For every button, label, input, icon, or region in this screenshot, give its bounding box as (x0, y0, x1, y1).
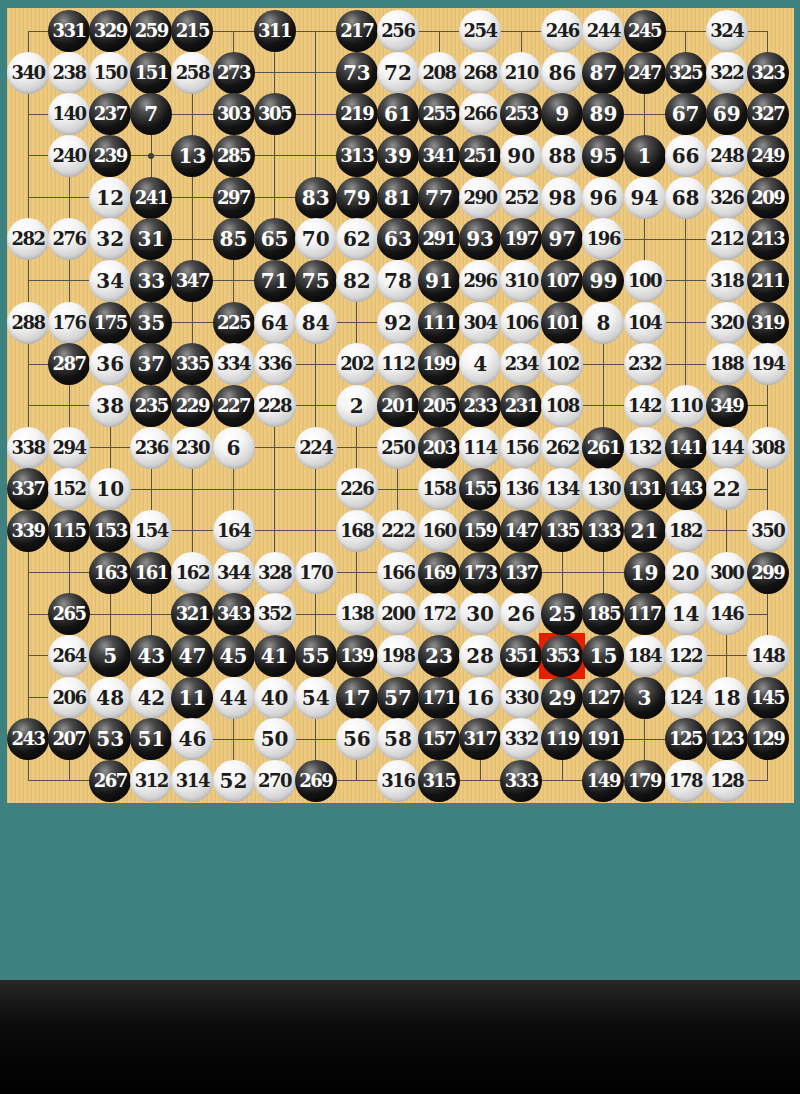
stone-90: 90 (500, 135, 542, 177)
stone-341: 341 (418, 135, 460, 177)
stone-175: 175 (89, 302, 131, 344)
stone-199: 199 (418, 343, 460, 385)
stone-176: 176 (48, 302, 90, 344)
stone-81: 81 (377, 177, 419, 219)
stone-125: 125 (665, 718, 707, 760)
stone-17: 17 (336, 677, 378, 719)
stone-62: 62 (336, 218, 378, 260)
stone-68: 68 (665, 177, 707, 219)
stone-217: 217 (336, 10, 378, 52)
stone-188: 188 (706, 343, 748, 385)
stone-143: 143 (665, 468, 707, 510)
stone-210: 210 (500, 52, 542, 94)
stone-148: 148 (747, 635, 789, 677)
stone-157: 157 (418, 718, 460, 760)
stone-322: 322 (706, 52, 748, 94)
stone-21: 21 (624, 510, 666, 552)
stone-77: 77 (418, 177, 460, 219)
stone-18: 18 (706, 677, 748, 719)
stone-249: 249 (747, 135, 789, 177)
stone-267: 267 (89, 760, 131, 802)
stone-150: 150 (89, 52, 131, 94)
stone-173: 173 (459, 552, 501, 594)
stone-65: 65 (254, 218, 296, 260)
stone-227: 227 (213, 385, 255, 427)
stone-158: 158 (418, 468, 460, 510)
stone-58: 58 (377, 718, 419, 760)
stone-34: 34 (89, 260, 131, 302)
stone-107: 107 (541, 260, 583, 302)
stone-328: 328 (254, 552, 296, 594)
stone-131: 131 (624, 468, 666, 510)
stone-225: 225 (213, 302, 255, 344)
stone-239: 239 (89, 135, 131, 177)
stone-147: 147 (500, 510, 542, 552)
stone-205: 205 (418, 385, 460, 427)
stone-163: 163 (89, 552, 131, 594)
stone-200: 200 (377, 593, 419, 635)
stone-127: 127 (582, 677, 624, 719)
stone-213: 213 (747, 218, 789, 260)
stone-285: 285 (213, 135, 255, 177)
stone-128: 128 (706, 760, 748, 802)
stone-52: 52 (213, 760, 255, 802)
stone-108: 108 (541, 385, 583, 427)
stone-334: 334 (213, 343, 255, 385)
stone-230: 230 (171, 427, 213, 469)
stone-339: 339 (7, 510, 49, 552)
stone-314: 314 (171, 760, 213, 802)
stone-304: 304 (459, 302, 501, 344)
stone-110: 110 (665, 385, 707, 427)
stone-261: 261 (582, 427, 624, 469)
stone-92: 92 (377, 302, 419, 344)
stone-219: 219 (336, 93, 378, 135)
stone-212: 212 (706, 218, 748, 260)
stone-43: 43 (130, 635, 172, 677)
stone-337: 337 (7, 468, 49, 510)
stone-133: 133 (582, 510, 624, 552)
stone-179: 179 (624, 760, 666, 802)
stone-178: 178 (665, 760, 707, 802)
stone-39: 39 (377, 135, 419, 177)
stone-164: 164 (213, 510, 255, 552)
stone-331: 331 (48, 10, 90, 52)
stone-171: 171 (418, 677, 460, 719)
stone-35: 35 (130, 302, 172, 344)
stone-194: 194 (747, 343, 789, 385)
stone-123: 123 (706, 718, 748, 760)
stone-100: 100 (624, 260, 666, 302)
stone-291: 291 (418, 218, 460, 260)
stone-308: 308 (747, 427, 789, 469)
stone-273: 273 (213, 52, 255, 94)
stone-317: 317 (459, 718, 501, 760)
stone-104: 104 (624, 302, 666, 344)
stone-330: 330 (500, 677, 542, 719)
stone-294: 294 (48, 427, 90, 469)
stone-329: 329 (89, 10, 131, 52)
stone-206: 206 (48, 677, 90, 719)
stone-3: 3 (624, 677, 666, 719)
stone-327: 327 (747, 93, 789, 135)
stone-240: 240 (48, 135, 90, 177)
stone-269: 269 (295, 760, 337, 802)
stone-252: 252 (500, 177, 542, 219)
stone-139: 139 (336, 635, 378, 677)
stone-259: 259 (130, 10, 172, 52)
stone-61: 61 (377, 93, 419, 135)
stone-203: 203 (418, 427, 460, 469)
stone-40: 40 (254, 677, 296, 719)
stone-297: 297 (213, 177, 255, 219)
stone-154: 154 (130, 510, 172, 552)
stone-247: 247 (624, 52, 666, 94)
stone-33: 33 (130, 260, 172, 302)
stone-135: 135 (541, 510, 583, 552)
stone-296: 296 (459, 260, 501, 302)
stone-41: 41 (254, 635, 296, 677)
stone-333: 333 (500, 760, 542, 802)
stone-169: 169 (418, 552, 460, 594)
stone-83: 83 (295, 177, 337, 219)
stone-316: 316 (377, 760, 419, 802)
stone-241: 241 (130, 177, 172, 219)
stone-264: 264 (48, 635, 90, 677)
stone-87: 87 (582, 52, 624, 94)
stone-319: 319 (747, 302, 789, 344)
stone-111: 111 (418, 302, 460, 344)
stone-146: 146 (706, 593, 748, 635)
stone-64: 64 (254, 302, 296, 344)
stone-29: 29 (541, 677, 583, 719)
stone-254: 254 (459, 10, 501, 52)
stone-211: 211 (747, 260, 789, 302)
stone-233: 233 (459, 385, 501, 427)
stone-245: 245 (624, 10, 666, 52)
stone-73: 73 (336, 52, 378, 94)
stone-11: 11 (171, 677, 213, 719)
stone-22: 22 (706, 468, 748, 510)
stone-224: 224 (295, 427, 337, 469)
stone-47: 47 (171, 635, 213, 677)
stone-14: 14 (665, 593, 707, 635)
stone-151: 151 (130, 52, 172, 94)
stone-235: 235 (130, 385, 172, 427)
stone-311: 311 (254, 10, 296, 52)
stone-343: 343 (213, 593, 255, 635)
stone-238: 238 (48, 52, 90, 94)
stone-250: 250 (377, 427, 419, 469)
stone-299: 299 (747, 552, 789, 594)
stone-326: 326 (706, 177, 748, 219)
stone-336: 336 (254, 343, 296, 385)
stone-70: 70 (295, 218, 337, 260)
stone-156: 156 (500, 427, 542, 469)
stone-145: 145 (747, 677, 789, 719)
stone-56: 56 (336, 718, 378, 760)
stone-313: 313 (336, 135, 378, 177)
stone-75: 75 (295, 260, 337, 302)
stone-184: 184 (624, 635, 666, 677)
stone-344: 344 (213, 552, 255, 594)
stone-303: 303 (213, 93, 255, 135)
stone-66: 66 (665, 135, 707, 177)
player-info-bar: 34 mooda(7段*) 00:00(00/0) 34 Rakuya(7段*)… (0, 980, 800, 1094)
stone-226: 226 (336, 468, 378, 510)
stone-305: 305 (254, 93, 296, 135)
stone-256: 256 (377, 10, 419, 52)
stone-71: 71 (254, 260, 296, 302)
stone-42: 42 (130, 677, 172, 719)
stone-288: 288 (7, 302, 49, 344)
stone-50: 50 (254, 718, 296, 760)
stone-202: 202 (336, 343, 378, 385)
stone-207: 207 (48, 718, 90, 760)
stone-268: 268 (459, 52, 501, 94)
stone-161: 161 (130, 552, 172, 594)
stone-325: 325 (665, 52, 707, 94)
stone-162: 162 (171, 552, 213, 594)
stone-141: 141 (665, 427, 707, 469)
stone-86: 86 (541, 52, 583, 94)
stone-231: 231 (500, 385, 542, 427)
stone-115: 115 (48, 510, 90, 552)
stone-122: 122 (665, 635, 707, 677)
stone-282: 282 (7, 218, 49, 260)
stone-300: 300 (706, 552, 748, 594)
stone-236: 236 (130, 427, 172, 469)
stone-45: 45 (213, 635, 255, 677)
stone-340: 340 (7, 52, 49, 94)
stone-251: 251 (459, 135, 501, 177)
stone-320: 320 (706, 302, 748, 344)
stone-55: 55 (295, 635, 337, 677)
stone-112: 112 (377, 343, 419, 385)
stone-69: 69 (706, 93, 748, 135)
stone-318: 318 (706, 260, 748, 302)
stone-63: 63 (377, 218, 419, 260)
stone-12: 12 (89, 177, 131, 219)
stone-91: 91 (418, 260, 460, 302)
stone-168: 168 (336, 510, 378, 552)
stone-170: 170 (295, 552, 337, 594)
stone-201: 201 (377, 385, 419, 427)
stone-101: 101 (541, 302, 583, 344)
stone-248: 248 (706, 135, 748, 177)
stone-16: 16 (459, 677, 501, 719)
stone-153: 153 (89, 510, 131, 552)
stone-323: 323 (747, 52, 789, 94)
stone-129: 129 (747, 718, 789, 760)
stone-2: 2 (336, 385, 378, 427)
stone-208: 208 (418, 52, 460, 94)
stone-72: 72 (377, 52, 419, 94)
stone-48: 48 (89, 677, 131, 719)
stone-270: 270 (254, 760, 296, 802)
stone-1: 1 (624, 135, 666, 177)
stone-79: 79 (336, 177, 378, 219)
stone-5: 5 (89, 635, 131, 677)
stone-315: 315 (418, 760, 460, 802)
stone-349: 349 (706, 385, 748, 427)
stone-94: 94 (624, 177, 666, 219)
stone-338: 338 (7, 427, 49, 469)
stone-228: 228 (254, 385, 296, 427)
stone-138: 138 (336, 593, 378, 635)
stone-142: 142 (624, 385, 666, 427)
stone-159: 159 (459, 510, 501, 552)
stone-209: 209 (747, 177, 789, 219)
stone-232: 232 (624, 343, 666, 385)
stone-20: 20 (665, 552, 707, 594)
stone-28: 28 (459, 635, 501, 677)
stone-88: 88 (541, 135, 583, 177)
stone-246: 246 (541, 10, 583, 52)
stone-172: 172 (418, 593, 460, 635)
stone-290: 290 (459, 177, 501, 219)
stone-144: 144 (706, 427, 748, 469)
stone-67: 67 (665, 93, 707, 135)
stone-85: 85 (213, 218, 255, 260)
stone-114: 114 (459, 427, 501, 469)
stone-262: 262 (541, 427, 583, 469)
stone-149: 149 (582, 760, 624, 802)
stone-222: 222 (377, 510, 419, 552)
stone-137: 137 (500, 552, 542, 594)
stone-255: 255 (418, 93, 460, 135)
stone-82: 82 (336, 260, 378, 302)
stone-351: 351 (500, 635, 542, 677)
stone-124: 124 (665, 677, 707, 719)
stone-353: 353 (541, 635, 583, 677)
stone-324: 324 (706, 10, 748, 52)
stone-8: 8 (582, 302, 624, 344)
stone-160: 160 (418, 510, 460, 552)
stone-243: 243 (7, 718, 49, 760)
stone-19: 19 (624, 552, 666, 594)
stone-44: 44 (213, 677, 255, 719)
stone-6: 6 (213, 427, 255, 469)
stone-117: 117 (624, 593, 666, 635)
stone-15: 15 (582, 635, 624, 677)
stone-312: 312 (130, 760, 172, 802)
stone-84: 84 (295, 302, 337, 344)
stone-166: 166 (377, 552, 419, 594)
go-board[interactable]: 3313292592153112172562542462442453243402… (0, 0, 800, 810)
stone-182: 182 (665, 510, 707, 552)
stone-78: 78 (377, 260, 419, 302)
stone-258: 258 (171, 52, 213, 94)
stone-350: 350 (747, 510, 789, 552)
stone-310: 310 (500, 260, 542, 302)
stone-23: 23 (418, 635, 460, 677)
stone-106: 106 (500, 302, 542, 344)
stone-132: 132 (624, 427, 666, 469)
stone-54: 54 (295, 677, 337, 719)
stone-57: 57 (377, 677, 419, 719)
stone-352: 352 (254, 593, 296, 635)
stone-38: 38 (89, 385, 131, 427)
stone-98: 98 (541, 177, 583, 219)
stone-96: 96 (582, 177, 624, 219)
stone-198: 198 (377, 635, 419, 677)
